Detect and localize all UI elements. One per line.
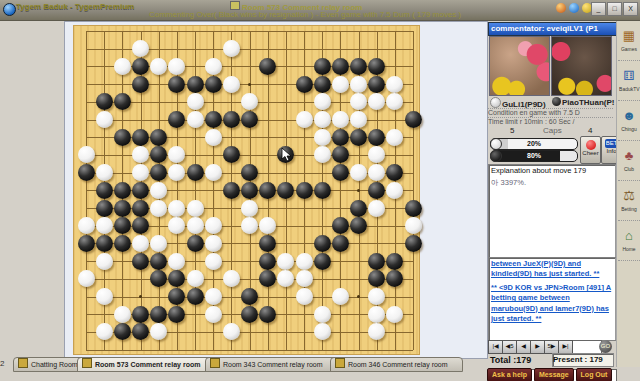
black-stone: [168, 111, 185, 128]
star-point: [139, 295, 142, 298]
black-captures-count: 4: [588, 126, 592, 135]
ask-a-help-button[interactable]: Ask a help: [487, 368, 532, 381]
board-room-icon: [210, 358, 220, 368]
black-stone: [114, 182, 131, 199]
toolbar-chingu-button[interactable]: ☻Chingu: [618, 106, 640, 141]
explanation-title: Explanation about move 179: [491, 166, 614, 175]
white-stone: [114, 306, 131, 323]
black-stone: [150, 146, 167, 163]
black-stone: [78, 164, 95, 181]
go-button[interactable]: GO: [599, 340, 612, 353]
home-icon: [18, 358, 28, 368]
cheer-label: Cheer: [582, 150, 598, 156]
white-stone: [96, 111, 113, 128]
white-stone: [314, 323, 331, 340]
move-number-input[interactable]: [572, 340, 602, 354]
white-stone: [223, 270, 240, 287]
time-limit-value: r 10min : 60 Sec /: [520, 118, 575, 125]
black-stone: [277, 146, 294, 163]
white-stone: [132, 235, 149, 252]
cheer-button[interactable]: Cheer: [580, 136, 601, 164]
black-stone: [114, 200, 131, 217]
betting-icon: ⚖: [618, 186, 640, 206]
black-stone: [368, 182, 385, 199]
black-stone: [150, 129, 167, 146]
white-stone: [187, 111, 204, 128]
toolbar-label: Club: [619, 166, 639, 171]
white-stone: [314, 93, 331, 110]
tray-icons: [556, 3, 592, 13]
white-stone: [223, 76, 240, 93]
white-stone: [350, 164, 367, 181]
black-stone: [405, 200, 422, 217]
star-point: [357, 295, 360, 298]
move-totals: Total :179 Present : 179: [490, 355, 531, 365]
nav-fwd-button[interactable]: ▶: [530, 340, 545, 354]
white-stone: [241, 200, 258, 217]
black-stone: [132, 58, 149, 75]
black-stone: [132, 253, 149, 270]
condition-value: en game with 7.5 D: [520, 109, 580, 116]
black-stone: [241, 164, 258, 181]
black-stone: [132, 200, 149, 217]
commentator-banner: commentator: eveiqiLV1 (P1: [488, 22, 617, 36]
black-stone: [314, 253, 331, 270]
white-stone: [314, 146, 331, 163]
total-moves-label: Total :179: [490, 355, 531, 365]
black-bet-slider[interactable]: 80%: [490, 150, 578, 162]
black-stone: [314, 182, 331, 199]
log-out-button[interactable]: Log Out: [576, 368, 613, 381]
white-stone: [241, 217, 258, 234]
black-stone: [205, 111, 222, 128]
black-stone: [368, 76, 385, 93]
bottom-action-bar: Ask a helpMessageLog Out: [487, 368, 640, 381]
white-stone: [168, 146, 185, 163]
white-stone: [350, 111, 367, 128]
black-stone: [241, 306, 258, 323]
black-stone: [259, 58, 276, 75]
black-stone: [132, 217, 149, 234]
black-stone: [78, 235, 95, 252]
white-stone: [296, 111, 313, 128]
black-stone: [368, 253, 385, 270]
white-stone: [368, 306, 385, 323]
black-stone: [150, 253, 167, 270]
black-player-avatar: [551, 36, 612, 96]
toolbar-games-button[interactable]: ▦Games: [618, 26, 640, 61]
toolbar-label: Games: [619, 46, 639, 51]
white-stone: [205, 288, 222, 305]
white-stone: [223, 323, 240, 340]
time-limit-label: Time limit: [488, 118, 518, 125]
black-stone: [277, 182, 294, 199]
toolbar-label: Betting: [619, 206, 639, 211]
chingu-icon: ☻: [618, 106, 640, 126]
black-stone: [296, 76, 313, 93]
black-stone: [332, 129, 349, 146]
black-stone: [296, 182, 313, 199]
white-stone: [187, 270, 204, 287]
black-player-label: PiaoTHuan(P!: [562, 98, 614, 107]
white-stone: [368, 323, 385, 340]
white-stone: [78, 146, 95, 163]
black-stone: [314, 58, 331, 75]
black-stone: [150, 306, 167, 323]
black-stone: [259, 306, 276, 323]
black-stone: [223, 146, 240, 163]
captures-label: Caps: [543, 126, 562, 135]
white-stone: [314, 129, 331, 146]
black-stone: [187, 164, 204, 181]
white-stone: [168, 200, 185, 217]
white-stone: [332, 111, 349, 128]
nav-fwd5-button[interactable]: 5▶: [544, 340, 559, 354]
black-stone: [132, 76, 149, 93]
white-stone: [96, 288, 113, 305]
white-stone: [187, 200, 204, 217]
toolbar-home-button[interactable]: ⌂Home: [618, 226, 640, 261]
star-point: [248, 83, 251, 86]
nav-first-button[interactable]: |◀: [488, 340, 503, 354]
black-stone: [259, 270, 276, 287]
tab-label: Room 573 Comment relay room: [95, 361, 200, 368]
black-stone: [332, 164, 349, 181]
tab-room-573[interactable]: Room 573 Comment relay room: [77, 357, 212, 372]
toolbar-baduktv-button[interactable]: ⚅BadukTV: [618, 66, 640, 101]
game-info-panel: commentator: eveiqiLV1 (P1 GuLi1(P9D) Pi…: [488, 21, 615, 367]
go-board[interactable]: [73, 25, 420, 355]
black-stone: [132, 306, 149, 323]
toolbar-betting-button[interactable]: ⚖Betting: [618, 186, 640, 221]
black-stone: [187, 288, 204, 305]
board-room-icon: [335, 358, 345, 368]
black-stone: [332, 58, 349, 75]
white-stone: [405, 217, 422, 234]
tab-label: Room 343 Comment relay room: [223, 361, 323, 368]
white-stone: [205, 253, 222, 270]
white-stone: [96, 323, 113, 340]
black-stone: [114, 217, 131, 234]
white-stone: [96, 217, 113, 234]
white-stone: [223, 40, 240, 57]
black-stone: [96, 182, 113, 199]
black-stone: [168, 270, 185, 287]
star-point: [357, 189, 360, 192]
white-stone: [114, 58, 131, 75]
white-stone: [386, 93, 403, 110]
board-room-icon: [82, 358, 92, 368]
black-stone: [187, 235, 204, 252]
white-stone: [205, 164, 222, 181]
tab-label: Room 346 Comment relay room: [348, 361, 448, 368]
black-bet-percent: 80%: [527, 152, 541, 159]
move-navigation: GO |◀◀5◀▶5▶▶|: [488, 340, 613, 354]
white-stone: [386, 129, 403, 146]
close-button[interactable]: X: [623, 2, 638, 16]
black-stone: [314, 235, 331, 252]
white-stone: [296, 270, 313, 287]
chat-message[interactable]: ** <9D KOR vs JPN>Room [491] A betting g…: [491, 283, 614, 324]
white-stone: [314, 306, 331, 323]
white-stone: [78, 270, 95, 287]
black-stone: [114, 323, 131, 340]
black-stone: [241, 111, 258, 128]
black-stone: [314, 76, 331, 93]
time-limit-row: Time limit r 10min : 60 Sec /: [488, 117, 613, 125]
cheer-ball-icon: [586, 140, 596, 150]
toolbar-club-button[interactable]: ♣Club: [618, 146, 640, 181]
black-stone: [350, 58, 367, 75]
room-icon: [230, 1, 240, 10]
black-stone: [205, 76, 222, 93]
toolbar-label: Chingu: [619, 126, 639, 131]
black-stone: [350, 129, 367, 146]
white-stone: [277, 253, 294, 270]
white-stone: [96, 164, 113, 181]
chat-message[interactable]: between JueX(P)(9D) and kindled(9D) has …: [491, 259, 614, 279]
tab-chatting-room[interactable]: Chatting Room: [13, 357, 85, 372]
black-stone: [223, 182, 240, 199]
present-move-label: Present : 179: [552, 353, 614, 367]
white-stone: [78, 217, 95, 234]
black-stone: [332, 146, 349, 163]
home-icon: ⌂: [618, 226, 640, 246]
white-stone: [150, 182, 167, 199]
white-stone: [150, 58, 167, 75]
white-stone: [368, 164, 385, 181]
condition-row: Condition en game with 7.5 D: [488, 108, 613, 116]
black-stone: [96, 93, 113, 110]
black-slider-knob[interactable]: [490, 150, 502, 162]
grid-line-v: [413, 31, 414, 350]
white-stone: [150, 200, 167, 217]
game-status-line: Commenting Over( Black wins by resignati…: [0, 10, 610, 19]
white-stone: [350, 76, 367, 93]
black-stone: [168, 76, 185, 93]
white-stone: [96, 253, 113, 270]
white-stone: [205, 129, 222, 146]
white-stone: [332, 288, 349, 305]
club-icon: ♣: [618, 146, 640, 166]
toolbar-label: BadukTV: [619, 86, 639, 91]
toolbar-label: Home: [619, 246, 639, 251]
white-stone: [132, 146, 149, 163]
white-stone: [168, 253, 185, 270]
games-icon: ▦: [618, 26, 640, 46]
black-stone: [259, 235, 276, 252]
black-stone: [168, 306, 185, 323]
white-stone: [205, 235, 222, 252]
baduktv-icon: ⚅: [618, 66, 640, 86]
chat-message-box[interactable]: between JueX(P)(9D) and kindled(9D) has …: [488, 257, 627, 341]
white-stone: [368, 93, 385, 110]
white-stone-icon: [490, 97, 501, 108]
white-stone: [205, 58, 222, 75]
white-stone: [241, 93, 258, 110]
explanation-subtext: 아 3397%.: [491, 178, 614, 188]
white-stone: [150, 323, 167, 340]
white-bet-percent: 20%: [527, 140, 541, 147]
black-stone: [350, 217, 367, 234]
white-stone: [368, 288, 385, 305]
white-stone: [205, 306, 222, 323]
white-stone: [368, 200, 385, 217]
nav-back5-button[interactable]: ◀5: [502, 340, 517, 354]
condition-label: Condition: [488, 109, 518, 116]
black-stone: [114, 93, 131, 110]
black-stone: [386, 164, 403, 181]
white-stone: [314, 111, 331, 128]
white-stone: [168, 58, 185, 75]
black-stone: [132, 129, 149, 146]
globe2-icon[interactable]: [569, 3, 579, 13]
side-toolbar: ▦Games⚅BadukTV☻Chingu♣Club⚖Betting⌂Home: [616, 21, 640, 367]
white-stone: [386, 182, 403, 199]
black-stone: [132, 323, 149, 340]
grid-line-h: [86, 279, 413, 280]
info-label: Info: [606, 148, 616, 154]
room-tab-bar: Chatting RoomRoom 573 Comment relay room…: [0, 356, 487, 372]
white-stone: [296, 288, 313, 305]
black-stone-icon: [552, 97, 561, 106]
black-stone: [259, 253, 276, 270]
white-stone: [187, 93, 204, 110]
white-stone: [368, 146, 385, 163]
black-stone: [150, 270, 167, 287]
black-stone: [332, 235, 349, 252]
minimize-button[interactable]: _: [591, 2, 606, 16]
title-bar: Tygem Baduk - TygemPremium Room 573 Comm…: [0, 0, 640, 21]
white-stone: [205, 217, 222, 234]
black-stone: [368, 58, 385, 75]
white-stone: [132, 164, 149, 181]
tab-overflow-number[interactable]: 2: [0, 359, 4, 368]
black-stone: [150, 164, 167, 181]
white-stone: [296, 253, 313, 270]
white-captures-count: 5: [510, 126, 514, 135]
black-stone: [332, 217, 349, 234]
white-stone: [150, 235, 167, 252]
tab-label: Chatting Room: [31, 361, 78, 368]
black-stone: [386, 253, 403, 270]
black-stone: [114, 129, 131, 146]
white-stone: [386, 76, 403, 93]
black-stone: [168, 288, 185, 305]
white-stone: [187, 217, 204, 234]
black-stone: [386, 270, 403, 287]
black-stone: [368, 129, 385, 146]
black-stone: [350, 200, 367, 217]
white-stone: [277, 270, 294, 287]
black-stone: [241, 182, 258, 199]
nav-back-button[interactable]: ◀: [516, 340, 531, 354]
white-stone: [132, 40, 149, 57]
nav-last-button[interactable]: ▶|: [558, 340, 573, 354]
white-slider-knob[interactable]: [490, 138, 502, 150]
white-player-avatar: [489, 36, 550, 96]
black-stone: [368, 270, 385, 287]
white-stone: [386, 306, 403, 323]
white-stone: [168, 217, 185, 234]
white-bet-slider[interactable]: 20%: [490, 138, 578, 150]
black-stone: [223, 111, 240, 128]
black-stone: [405, 111, 422, 128]
black-stone: [132, 182, 149, 199]
black-stone: [96, 200, 113, 217]
black-stone: [405, 235, 422, 252]
white-stone: [350, 93, 367, 110]
tab-room-346[interactable]: Room 346 Comment relay room: [330, 357, 463, 372]
window-controls: _ □ X: [591, 2, 638, 16]
black-stone: [114, 235, 131, 252]
black-stone: [96, 235, 113, 252]
black-player-name[interactable]: PiaoTHuan(P!: [552, 97, 614, 107]
maximize-button[interactable]: □: [607, 2, 622, 16]
black-stone: [259, 182, 276, 199]
tab-room-343[interactable]: Room 343 Comment relay room: [205, 357, 338, 372]
black-stone: [241, 288, 258, 305]
grid-line-h: [86, 350, 413, 351]
white-stone: [332, 76, 349, 93]
white-stone: [168, 164, 185, 181]
palette-icon[interactable]: [556, 3, 566, 13]
explanation-box[interactable]: Explanation about move 179 아 3397%. ▲ ▼: [488, 164, 627, 258]
white-stone: [259, 217, 276, 234]
black-stone: [187, 76, 204, 93]
message-button[interactable]: Message: [534, 368, 574, 381]
